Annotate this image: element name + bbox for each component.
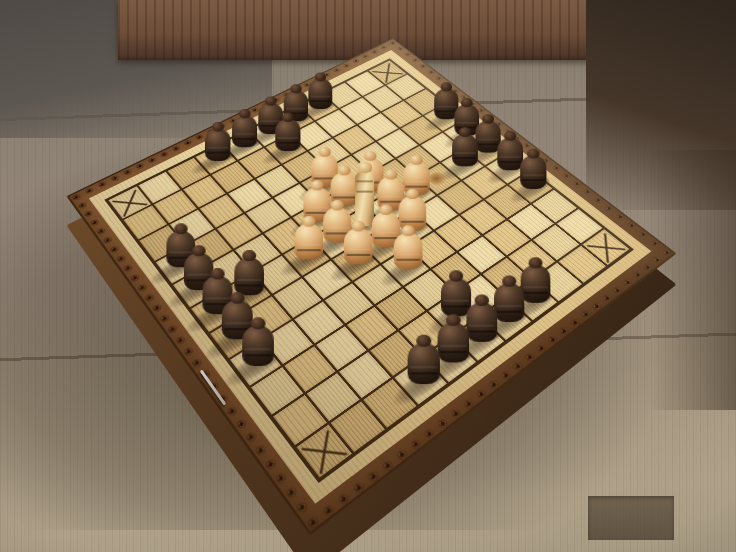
piece-knob bbox=[358, 162, 372, 173]
piece-knob bbox=[364, 151, 376, 161]
piece-knob bbox=[338, 165, 350, 175]
piece-knob bbox=[239, 109, 251, 118]
piece-knob bbox=[230, 292, 244, 304]
defender-piece[interactable] bbox=[295, 224, 324, 260]
board-margin bbox=[89, 50, 652, 504]
board-scene bbox=[0, 0, 736, 552]
piece-knob bbox=[290, 84, 301, 93]
attacker-piece[interactable] bbox=[275, 119, 300, 151]
piece-knob bbox=[331, 200, 344, 210]
attacker-piece[interactable] bbox=[242, 326, 274, 366]
piece-knob bbox=[410, 155, 422, 165]
king-piece[interactable] bbox=[355, 171, 374, 226]
piece-knob bbox=[211, 268, 225, 279]
piece-knob bbox=[446, 314, 461, 326]
attacker-piece[interactable] bbox=[520, 156, 547, 189]
piece-knob bbox=[441, 82, 452, 91]
piece-knob bbox=[319, 147, 331, 157]
piece-knob bbox=[475, 295, 489, 307]
attacker-piece[interactable] bbox=[494, 284, 525, 323]
defender-piece[interactable] bbox=[394, 233, 423, 270]
board-grid bbox=[104, 58, 634, 483]
board-cell[interactable] bbox=[435, 216, 480, 251]
piece-knob bbox=[402, 225, 415, 236]
attacker-piece[interactable] bbox=[408, 343, 440, 384]
piece-knob bbox=[174, 223, 187, 234]
piece-knob bbox=[529, 257, 543, 268]
piece-knob bbox=[406, 189, 419, 199]
piece-knob bbox=[212, 122, 224, 132]
photo-scene bbox=[0, 0, 736, 552]
piece-knob bbox=[482, 114, 494, 123]
attacker-piece[interactable] bbox=[438, 323, 470, 363]
attacker-piece[interactable] bbox=[308, 79, 332, 109]
piece-knob bbox=[449, 270, 463, 281]
defender-piece[interactable] bbox=[344, 228, 373, 264]
piece-knob bbox=[527, 149, 539, 159]
piece-knob bbox=[282, 113, 294, 122]
piece-knob bbox=[243, 250, 257, 261]
piece-knob bbox=[504, 131, 516, 141]
piece-knob bbox=[311, 180, 324, 190]
piece-knob bbox=[461, 98, 473, 107]
attacker-piece[interactable] bbox=[521, 265, 551, 303]
hnefatafl-board bbox=[66, 38, 676, 535]
piece-knob bbox=[352, 221, 365, 232]
attacker-piece[interactable] bbox=[205, 129, 231, 161]
attacker-piece[interactable] bbox=[452, 134, 478, 167]
piece-knob bbox=[192, 245, 206, 256]
attacker-piece[interactable] bbox=[466, 303, 497, 342]
attacker-piece[interactable] bbox=[232, 116, 257, 148]
piece-knob bbox=[251, 318, 266, 330]
piece-knob bbox=[385, 170, 398, 180]
piece-knob bbox=[502, 276, 516, 287]
piece-knob bbox=[459, 127, 471, 137]
piece-knob bbox=[265, 97, 276, 106]
attacker-piece[interactable] bbox=[234, 258, 264, 296]
piece-knob bbox=[380, 205, 393, 216]
piece-knob bbox=[416, 335, 431, 347]
piece-knob bbox=[315, 73, 326, 82]
piece-knob bbox=[303, 216, 316, 227]
